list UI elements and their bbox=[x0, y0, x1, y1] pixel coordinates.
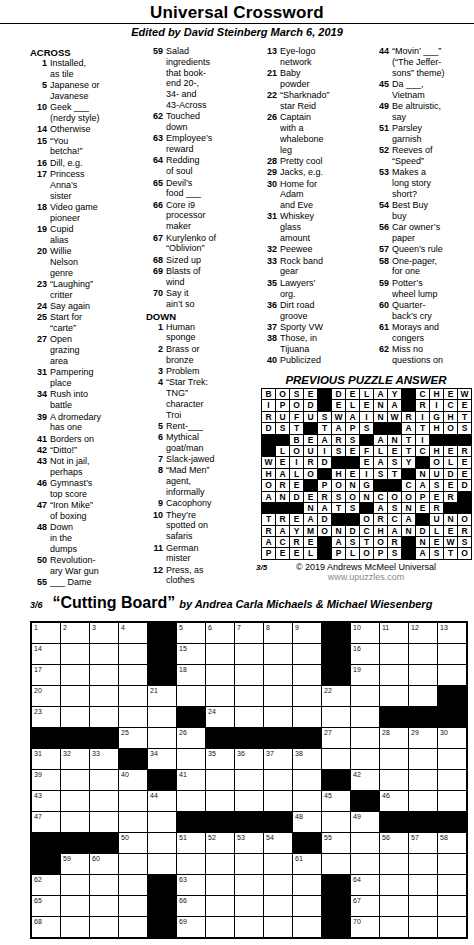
clue-number: 5 bbox=[146, 421, 166, 432]
down-header: DOWN bbox=[146, 311, 256, 322]
copyright-text: © 2019 Andrews McMeel Universal bbox=[258, 562, 474, 572]
answer-cell: Y bbox=[290, 526, 303, 536]
puzzle-cell[interactable]: 51 bbox=[177, 833, 205, 853]
puzzle-cell[interactable] bbox=[322, 749, 350, 769]
clue-item: 27Open grazing area bbox=[30, 334, 142, 366]
answer-cell: R bbox=[318, 492, 331, 502]
puzzle-cell[interactable] bbox=[148, 728, 176, 748]
puzzle-cell[interactable] bbox=[409, 770, 437, 790]
puzzle-cell[interactable]: 2 bbox=[61, 623, 89, 643]
cell-number: 42 bbox=[353, 771, 361, 779]
puzzle-cell[interactable] bbox=[235, 854, 263, 874]
puzzle-cell[interactable] bbox=[438, 875, 466, 895]
puzzle-cell[interactable]: 7 bbox=[235, 623, 263, 643]
puzzle-cell[interactable] bbox=[61, 896, 89, 916]
puzzle-cell[interactable] bbox=[351, 854, 379, 874]
clue-item: 45Da ___, Vietnam bbox=[372, 79, 472, 101]
puzzle-cell[interactable] bbox=[61, 644, 89, 664]
puzzle-cell[interactable] bbox=[235, 665, 263, 685]
puzzle-cell[interactable] bbox=[380, 770, 408, 790]
puzzle-cell[interactable] bbox=[206, 854, 234, 874]
puzzle-cell[interactable]: 25 bbox=[119, 728, 147, 748]
cell-number: 14 bbox=[34, 645, 42, 653]
puzzle-cell[interactable] bbox=[90, 686, 118, 706]
puzzle-block bbox=[90, 728, 118, 748]
answer-cell: F bbox=[360, 446, 373, 456]
puzzle-cell[interactable] bbox=[438, 854, 466, 874]
puzzle-cell[interactable] bbox=[61, 875, 89, 895]
puzzle-cell[interactable] bbox=[119, 875, 147, 895]
cell-number: 47 bbox=[34, 813, 42, 821]
puzzle-cell[interactable] bbox=[90, 812, 118, 832]
puzzle-cell[interactable] bbox=[235, 686, 263, 706]
clue-text: Car owner’s paper bbox=[392, 222, 472, 244]
cell-number: 41 bbox=[179, 771, 187, 779]
cell-number: 8 bbox=[266, 624, 270, 632]
clue-number: 31 bbox=[260, 211, 280, 222]
puzzle-cell[interactable]: 9 bbox=[293, 623, 321, 643]
puzzle-cell[interactable]: 16 bbox=[351, 644, 379, 664]
clue-item: 1Installed, as tile bbox=[30, 58, 142, 80]
puzzle-block bbox=[380, 812, 408, 832]
puzzle-cell[interactable]: 57 bbox=[409, 833, 437, 853]
puzzle-cell[interactable]: 15 bbox=[177, 644, 205, 664]
clue-number: 47 bbox=[30, 500, 50, 511]
answer-cell: W bbox=[262, 457, 275, 467]
puzzle-cell[interactable] bbox=[409, 791, 437, 811]
answer-cell: R bbox=[290, 537, 303, 547]
answer-cell: A bbox=[262, 492, 275, 502]
answer-cell: D bbox=[262, 423, 275, 433]
puzzle-cell[interactable]: 32 bbox=[61, 749, 89, 769]
puzzle-cell[interactable] bbox=[177, 854, 205, 874]
puzzle-cell[interactable] bbox=[264, 917, 292, 937]
puzzle-cell[interactable] bbox=[438, 791, 466, 811]
answer-cell: E bbox=[290, 548, 303, 558]
puzzle-cell[interactable]: 30 bbox=[438, 728, 466, 748]
puzzle-cell[interactable]: 50 bbox=[119, 833, 147, 853]
puzzle-cell[interactable] bbox=[206, 896, 234, 916]
puzzle-cell[interactable] bbox=[264, 686, 292, 706]
puzzle-cell[interactable]: 21 bbox=[148, 686, 176, 706]
answer-cell: E bbox=[360, 400, 373, 410]
puzzle-cell[interactable] bbox=[235, 770, 263, 790]
puzzle-cell[interactable] bbox=[61, 917, 89, 937]
puzzle-cell[interactable] bbox=[438, 896, 466, 916]
clue-item: 69Blasts of wind bbox=[146, 266, 256, 288]
puzzle-cell[interactable]: 52 bbox=[206, 833, 234, 853]
answer-cell: T bbox=[262, 514, 275, 524]
answer-cell: T bbox=[332, 503, 345, 513]
puzzle-cell[interactable]: 28 bbox=[380, 728, 408, 748]
puzzle-cell[interactable]: 1 bbox=[32, 623, 60, 643]
puzzle-cell[interactable] bbox=[293, 644, 321, 664]
clue-text: Core i9 processor maker bbox=[166, 200, 256, 232]
answer-cell: T bbox=[388, 469, 401, 479]
puzzle-cell[interactable] bbox=[380, 917, 408, 937]
puzzle-cell[interactable]: 70 bbox=[351, 917, 379, 937]
puzzle-cell[interactable] bbox=[61, 707, 89, 727]
clue-item: 47“Iron Mike” of boxing bbox=[30, 500, 142, 522]
clue-item: 38Those, in Tijuana bbox=[260, 333, 368, 355]
puzzle-cell[interactable]: 13 bbox=[438, 623, 466, 643]
puzzle-cell[interactable]: 17 bbox=[32, 665, 60, 685]
puzzle-cell[interactable] bbox=[380, 665, 408, 685]
answer-cell: I bbox=[360, 412, 373, 422]
clue-number: 54 bbox=[372, 200, 392, 211]
clue-text: Home for Adam and Eve bbox=[280, 179, 368, 211]
puzzle-cell[interactable] bbox=[264, 770, 292, 790]
answer-cell: R bbox=[458, 446, 471, 456]
puzzle-cell[interactable]: 45 bbox=[322, 791, 350, 811]
answer-cell: A bbox=[262, 537, 275, 547]
puzzle-cell[interactable] bbox=[322, 707, 350, 727]
puzzle-cell[interactable] bbox=[293, 686, 321, 706]
puzzle-cell[interactable]: 64 bbox=[351, 875, 379, 895]
clue-item: 60Quarter- back’s cry bbox=[372, 300, 472, 322]
answer-cell: A bbox=[276, 469, 289, 479]
answer-block bbox=[318, 469, 331, 479]
puzzle-cell[interactable] bbox=[264, 896, 292, 916]
puzzle-cell[interactable]: 8 bbox=[264, 623, 292, 643]
puzzle-cell[interactable]: 56 bbox=[380, 833, 408, 853]
puzzle-cell[interactable]: 66 bbox=[177, 896, 205, 916]
answer-cell: R bbox=[458, 526, 471, 536]
answer-cell: O bbox=[402, 492, 415, 502]
puzzle-cell[interactable]: 48 bbox=[293, 812, 321, 832]
puzzle-cell[interactable] bbox=[90, 770, 118, 790]
answer-cell: H bbox=[430, 389, 443, 399]
answer-block bbox=[458, 503, 471, 513]
puzzle-cell[interactable]: 58 bbox=[438, 833, 466, 853]
puzzle-cell[interactable]: 24 bbox=[206, 707, 234, 727]
puzzle-cell[interactable] bbox=[177, 791, 205, 811]
puzzle-cell[interactable]: 55 bbox=[322, 833, 350, 853]
clue-number: 64 bbox=[146, 155, 166, 166]
puzzle-cell[interactable] bbox=[380, 644, 408, 664]
puzzle-cell[interactable] bbox=[351, 707, 379, 727]
puzzle-cell[interactable] bbox=[61, 791, 89, 811]
clue-item: 23“Laughing” critter bbox=[30, 279, 142, 301]
puzzle-cell[interactable] bbox=[90, 665, 118, 685]
answer-block bbox=[332, 514, 345, 524]
puzzle-cell[interactable] bbox=[148, 833, 176, 853]
puzzle-cell[interactable] bbox=[61, 812, 89, 832]
puzzle-cell[interactable]: 3 bbox=[90, 623, 118, 643]
puzzle-cell[interactable] bbox=[264, 791, 292, 811]
puzzle-cell[interactable] bbox=[90, 896, 118, 916]
puzzle-cell[interactable] bbox=[235, 707, 263, 727]
puzzle-cell[interactable] bbox=[119, 686, 147, 706]
cell-number: 18 bbox=[179, 666, 187, 674]
answer-cell: E bbox=[304, 389, 317, 399]
puzzle-cell[interactable] bbox=[409, 917, 437, 937]
puzzle-cell[interactable] bbox=[235, 644, 263, 664]
puzzle-cell[interactable] bbox=[119, 917, 147, 937]
answer-cell: N bbox=[276, 492, 289, 502]
puzzle-cell[interactable]: 34 bbox=[148, 749, 176, 769]
puzzle-cell[interactable]: 4 bbox=[119, 623, 147, 643]
clue-text: Baby powder bbox=[280, 68, 368, 90]
puzzle-cell[interactable] bbox=[264, 875, 292, 895]
puzzle-cell[interactable] bbox=[438, 749, 466, 769]
puzzle-cell[interactable] bbox=[148, 707, 176, 727]
answer-cell: R bbox=[304, 457, 317, 467]
answer-cell: H bbox=[374, 526, 387, 536]
puzzle-date: 3/6 bbox=[30, 600, 43, 610]
puzzle-cell[interactable] bbox=[351, 728, 379, 748]
cell-number: 6 bbox=[208, 624, 212, 632]
puzzle-cell[interactable] bbox=[61, 770, 89, 790]
answer-cell: D bbox=[332, 389, 345, 399]
puzzle-cell[interactable] bbox=[90, 707, 118, 727]
clue-item: 21Baby powder bbox=[260, 68, 368, 90]
clue-item: 6Mythical goat/man bbox=[146, 432, 256, 454]
clue-text: “Laughing” critter bbox=[50, 279, 142, 301]
answer-cell: O bbox=[444, 423, 457, 433]
puzzle-cell[interactable]: 42 bbox=[351, 770, 379, 790]
cell-number: 53 bbox=[237, 834, 245, 842]
answer-cell: C bbox=[388, 514, 401, 524]
cell-number: 64 bbox=[353, 876, 361, 884]
puzzle-cell[interactable] bbox=[409, 644, 437, 664]
puzzle-cell[interactable] bbox=[119, 791, 147, 811]
cell-number: 48 bbox=[295, 813, 303, 821]
puzzle-cell[interactable]: 14 bbox=[32, 644, 60, 664]
answer-cell: R bbox=[444, 492, 457, 502]
puzzle-cell[interactable] bbox=[322, 812, 350, 832]
puzzle-cell[interactable]: 68 bbox=[32, 917, 60, 937]
clue-number: 2 bbox=[146, 344, 166, 355]
answer-cell: E bbox=[416, 503, 429, 513]
puzzle-cell[interactable] bbox=[293, 875, 321, 895]
puzzle-cell[interactable]: 33 bbox=[90, 749, 118, 769]
puzzle-cell[interactable] bbox=[293, 791, 321, 811]
answer-cell: E bbox=[360, 457, 373, 467]
puzzle-cell[interactable]: 39 bbox=[32, 770, 60, 790]
answer-block bbox=[304, 423, 317, 433]
puzzle-cell[interactable] bbox=[206, 644, 234, 664]
puzzle-cell[interactable] bbox=[293, 707, 321, 727]
puzzle-cell[interactable] bbox=[119, 707, 147, 727]
puzzle-cell[interactable]: 22 bbox=[322, 686, 350, 706]
answer-cell: D bbox=[458, 480, 471, 490]
puzzle-cell[interactable]: 12 bbox=[409, 623, 437, 643]
puzzle-cell[interactable] bbox=[264, 707, 292, 727]
puzzle-cell[interactable]: 67 bbox=[351, 896, 379, 916]
puzzle-cell[interactable]: 11 bbox=[380, 623, 408, 643]
puzzle-cell[interactable] bbox=[90, 875, 118, 895]
puzzle-cell[interactable] bbox=[351, 749, 379, 769]
answer-cell: E bbox=[290, 480, 303, 490]
puzzle-cell[interactable] bbox=[235, 917, 263, 937]
answer-cell: S bbox=[332, 492, 345, 502]
clue-text: Revolution- ary War gun bbox=[50, 555, 142, 577]
clue-text: “Star Trek: TNG” character Troi bbox=[166, 377, 256, 420]
puzzle-cell[interactable] bbox=[148, 812, 176, 832]
puzzle-cell[interactable]: 35 bbox=[206, 749, 234, 769]
puzzle-cell[interactable]: 59 bbox=[61, 854, 89, 874]
cell-number: 40 bbox=[121, 771, 129, 779]
puzzle-cell[interactable] bbox=[380, 875, 408, 895]
puzzle-cell[interactable] bbox=[380, 854, 408, 874]
answer-cell: R bbox=[388, 537, 401, 547]
puzzle-cell[interactable] bbox=[119, 854, 147, 874]
puzzle-cell[interactable] bbox=[206, 875, 234, 895]
puzzle-cell[interactable] bbox=[409, 686, 437, 706]
puzzle-cell[interactable] bbox=[177, 686, 205, 706]
puzzle-cell[interactable] bbox=[351, 686, 379, 706]
cell-number: 67 bbox=[353, 897, 361, 905]
cell-number: 29 bbox=[411, 729, 419, 737]
puzzle-cell[interactable]: 37 bbox=[264, 749, 292, 769]
puzzle-cell[interactable] bbox=[409, 875, 437, 895]
puzzle-cell[interactable] bbox=[322, 854, 350, 874]
puzzle-cell[interactable] bbox=[409, 749, 437, 769]
puzzle-cell[interactable]: 46 bbox=[380, 791, 408, 811]
puzzle-cell[interactable]: 20 bbox=[32, 686, 60, 706]
puzzle-cell[interactable]: 26 bbox=[177, 728, 205, 748]
clue-number: 16 bbox=[30, 158, 50, 169]
answer-cell: O bbox=[430, 457, 443, 467]
puzzle-cell[interactable]: 47 bbox=[32, 812, 60, 832]
puzzle-cell[interactable] bbox=[380, 896, 408, 916]
puzzle-cell[interactable] bbox=[235, 875, 263, 895]
puzzle-cell[interactable]: 43 bbox=[32, 791, 60, 811]
clue-number: 28 bbox=[260, 156, 280, 167]
puzzle-cell[interactable] bbox=[119, 812, 147, 832]
puzzle-cell[interactable] bbox=[148, 854, 176, 874]
puzzle-cell[interactable] bbox=[235, 791, 263, 811]
puzzle-cell[interactable] bbox=[206, 917, 234, 937]
puzzle-cell[interactable]: 23 bbox=[32, 707, 60, 727]
puzzle-cell[interactable]: 29 bbox=[409, 728, 437, 748]
cell-number: 13 bbox=[440, 624, 448, 632]
puzzle-block bbox=[322, 770, 350, 790]
previous-answer-label: PREVIOUS PUZZLE ANSWER bbox=[258, 374, 474, 386]
puzzle-title-row: 3/6“Cutting Board”by Andrea Carla Michae… bbox=[30, 594, 474, 612]
puzzle-cell[interactable] bbox=[206, 770, 234, 790]
puzzle-cell[interactable]: 10 bbox=[351, 623, 379, 643]
puzzle-cell[interactable]: 62 bbox=[32, 875, 60, 895]
puzzle-cell[interactable]: 6 bbox=[206, 623, 234, 643]
answer-block bbox=[402, 400, 415, 410]
clue-item: 56Car owner’s paper bbox=[372, 222, 472, 244]
puzzle-cell[interactable]: 53 bbox=[235, 833, 263, 853]
answer-cell: I bbox=[430, 400, 443, 410]
answer-block bbox=[262, 503, 275, 513]
puzzle-cell[interactable] bbox=[293, 665, 321, 685]
puzzle-cell[interactable] bbox=[119, 896, 147, 916]
cell-number: 36 bbox=[237, 750, 245, 758]
puzzle-cell[interactable] bbox=[293, 896, 321, 916]
puzzle-cell[interactable] bbox=[206, 665, 234, 685]
clue-item: 61Morays and congers bbox=[372, 322, 472, 344]
puzzle-cell[interactable] bbox=[351, 833, 379, 853]
answer-block bbox=[318, 400, 331, 410]
answer-cell: P bbox=[318, 480, 331, 490]
puzzle-cell[interactable]: 5 bbox=[177, 623, 205, 643]
puzzle-cell[interactable] bbox=[438, 665, 466, 685]
puzzle-cell[interactable]: 63 bbox=[177, 875, 205, 895]
puzzle-cell[interactable]: 18 bbox=[177, 665, 205, 685]
puzzle-cell[interactable] bbox=[409, 854, 437, 874]
clue-item: 59Potter’s wheel lump bbox=[372, 278, 472, 300]
cell-number: 51 bbox=[179, 834, 187, 842]
answer-cell: I bbox=[290, 457, 303, 467]
puzzle-cell[interactable]: 36 bbox=[235, 749, 263, 769]
answer-block bbox=[318, 537, 331, 547]
puzzle-cell[interactable] bbox=[438, 770, 466, 790]
cell-number: 52 bbox=[208, 834, 216, 842]
answer-cell: R bbox=[262, 526, 275, 536]
puzzle-cell[interactable] bbox=[380, 686, 408, 706]
puzzle-cell[interactable] bbox=[206, 686, 234, 706]
answer-cell: T bbox=[318, 423, 331, 433]
puzzle-block bbox=[206, 812, 234, 832]
cell-number: 54 bbox=[266, 834, 274, 842]
puzzle-cell[interactable] bbox=[119, 644, 147, 664]
puzzle-cell[interactable] bbox=[61, 686, 89, 706]
answer-cell: C bbox=[276, 537, 289, 547]
answer-cell: R bbox=[416, 400, 429, 410]
puzzle-cell[interactable]: 27 bbox=[322, 728, 350, 748]
puzzle-cell[interactable] bbox=[438, 917, 466, 937]
puzzle-cell[interactable]: 54 bbox=[264, 833, 292, 853]
puzzle-cell[interactable] bbox=[90, 644, 118, 664]
title-divider bbox=[0, 23, 474, 24]
clue-text: Redding of soul bbox=[166, 155, 256, 177]
puzzle-cell[interactable] bbox=[293, 917, 321, 937]
clue-text: Makes a long story short? bbox=[392, 167, 472, 199]
puzzle-cell[interactable]: 44 bbox=[148, 791, 176, 811]
puzzle-cell[interactable] bbox=[119, 665, 147, 685]
puzzle-cell[interactable] bbox=[438, 644, 466, 664]
puzzle-cell[interactable]: 41 bbox=[177, 770, 205, 790]
puzzle-cell[interactable] bbox=[264, 644, 292, 664]
cell-number: 57 bbox=[411, 834, 419, 842]
puzzle-cell[interactable]: 65 bbox=[32, 896, 60, 916]
clue-text: Whiskey glass amount bbox=[280, 211, 368, 243]
puzzle-cell[interactable] bbox=[409, 665, 437, 685]
puzzle-cell[interactable]: 38 bbox=[293, 749, 321, 769]
puzzle-cell[interactable] bbox=[409, 896, 437, 916]
clue-text: Captain with a whalebone leg bbox=[280, 112, 368, 155]
puzzle-cell[interactable]: 40 bbox=[119, 770, 147, 790]
puzzle-cell[interactable] bbox=[380, 749, 408, 769]
puzzle-cell[interactable] bbox=[177, 749, 205, 769]
puzzle-cell[interactable] bbox=[264, 665, 292, 685]
answer-cell: R bbox=[262, 412, 275, 422]
puzzle-cell[interactable]: 69 bbox=[177, 917, 205, 937]
puzzle-cell[interactable]: 49 bbox=[351, 812, 379, 832]
cell-number: 22 bbox=[324, 687, 332, 695]
answer-block bbox=[416, 457, 429, 467]
puzzle-cell[interactable]: 19 bbox=[351, 665, 379, 685]
puzzle-cell[interactable]: 61 bbox=[293, 854, 321, 874]
puzzle-cell[interactable] bbox=[235, 896, 263, 916]
puzzle-cell[interactable] bbox=[264, 854, 292, 874]
puzzle-cell[interactable] bbox=[206, 791, 234, 811]
clue-item: 33Rock band gear bbox=[260, 256, 368, 278]
puzzle-cell[interactable]: 60 bbox=[90, 854, 118, 874]
puzzle-cell[interactable] bbox=[293, 770, 321, 790]
puzzle-cell[interactable] bbox=[90, 917, 118, 937]
puzzle-cell[interactable]: 31 bbox=[32, 749, 60, 769]
puzzle-cell[interactable] bbox=[61, 665, 89, 685]
puzzle-cell[interactable] bbox=[90, 791, 118, 811]
answer-cell: O bbox=[388, 492, 401, 502]
